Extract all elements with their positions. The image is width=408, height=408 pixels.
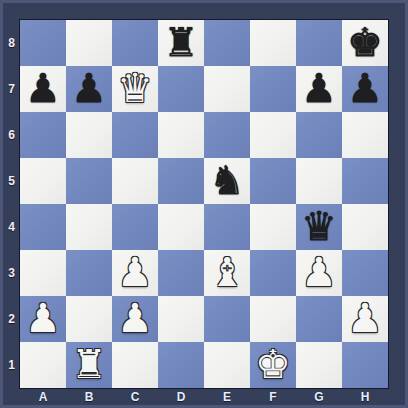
black-pawn: ♟ — [296, 66, 342, 112]
white-pawn: ♟ — [112, 250, 158, 296]
square-e1[interactable] — [204, 342, 250, 388]
square-g6[interactable] — [296, 112, 342, 158]
square-g2[interactable] — [296, 296, 342, 342]
square-f1[interactable]: ♚ — [250, 342, 296, 388]
square-e7[interactable] — [204, 66, 250, 112]
square-h4[interactable] — [342, 204, 388, 250]
square-g8[interactable] — [296, 20, 342, 66]
square-c1[interactable] — [112, 342, 158, 388]
black-knight: ♞ — [204, 158, 250, 204]
square-f4[interactable] — [250, 204, 296, 250]
square-b8[interactable] — [66, 20, 112, 66]
square-d8[interactable]: ♜ — [158, 20, 204, 66]
square-h2[interactable]: ♟ — [342, 296, 388, 342]
square-e5[interactable]: ♞ — [204, 158, 250, 204]
square-h1[interactable] — [342, 342, 388, 388]
file-label-f: F — [250, 389, 296, 405]
square-d5[interactable] — [158, 158, 204, 204]
square-a2[interactable]: ♟ — [20, 296, 66, 342]
square-e8[interactable] — [204, 20, 250, 66]
square-e4[interactable] — [204, 204, 250, 250]
square-d1[interactable] — [158, 342, 204, 388]
file-label-a: A — [20, 389, 66, 405]
black-pawn: ♟ — [20, 66, 66, 112]
rank-label-5: 5 — [3, 158, 20, 204]
rank-label-1: 1 — [3, 342, 20, 388]
black-pawn: ♟ — [66, 66, 112, 112]
file-label-g: G — [296, 389, 342, 405]
square-c6[interactable] — [112, 112, 158, 158]
square-f2[interactable] — [250, 296, 296, 342]
square-b6[interactable] — [66, 112, 112, 158]
square-g4[interactable]: ♛ — [296, 204, 342, 250]
square-c2[interactable]: ♟ — [112, 296, 158, 342]
white-queen: ♛ — [112, 66, 158, 112]
square-d4[interactable] — [158, 204, 204, 250]
square-f6[interactable] — [250, 112, 296, 158]
square-g7[interactable]: ♟ — [296, 66, 342, 112]
black-rook: ♜ — [158, 20, 204, 66]
black-queen: ♛ — [296, 204, 342, 250]
square-b5[interactable] — [66, 158, 112, 204]
file-label-c: C — [112, 389, 158, 405]
square-e6[interactable] — [204, 112, 250, 158]
square-g3[interactable]: ♟ — [296, 250, 342, 296]
square-b1[interactable]: ♜ — [66, 342, 112, 388]
white-pawn: ♟ — [20, 296, 66, 342]
square-c8[interactable] — [112, 20, 158, 66]
square-g1[interactable] — [296, 342, 342, 388]
rank-label-8: 8 — [3, 20, 20, 66]
square-a1[interactable] — [20, 342, 66, 388]
rank-label-7: 7 — [3, 66, 20, 112]
square-a5[interactable] — [20, 158, 66, 204]
square-c3[interactable]: ♟ — [112, 250, 158, 296]
square-e3[interactable]: ♝ — [204, 250, 250, 296]
white-bishop: ♝ — [204, 250, 250, 296]
rank-label-3: 3 — [3, 250, 20, 296]
square-b3[interactable] — [66, 250, 112, 296]
square-a3[interactable] — [20, 250, 66, 296]
square-d3[interactable] — [158, 250, 204, 296]
black-king: ♚ — [342, 20, 388, 66]
black-pawn: ♟ — [342, 66, 388, 112]
square-b4[interactable] — [66, 204, 112, 250]
square-d6[interactable] — [158, 112, 204, 158]
rank-label-2: 2 — [3, 296, 20, 342]
chess-board: ♜♚♟♟♛♟♟♞♛♟♝♟♟♟♟♜♚ — [20, 20, 388, 388]
rank-label-4: 4 — [3, 204, 20, 250]
square-b7[interactable]: ♟ — [66, 66, 112, 112]
square-h8[interactable]: ♚ — [342, 20, 388, 66]
square-h7[interactable]: ♟ — [342, 66, 388, 112]
square-f5[interactable] — [250, 158, 296, 204]
square-h3[interactable] — [342, 250, 388, 296]
square-a8[interactable] — [20, 20, 66, 66]
square-a7[interactable]: ♟ — [20, 66, 66, 112]
file-label-b: B — [66, 389, 112, 405]
rank-label-6: 6 — [3, 112, 20, 158]
square-a4[interactable] — [20, 204, 66, 250]
square-f7[interactable] — [250, 66, 296, 112]
white-king: ♚ — [250, 342, 296, 388]
chess-board-frame: ♜♚♟♟♛♟♟♞♛♟♝♟♟♟♟♜♚ 87654321 ABCDEFGH — [0, 0, 408, 408]
square-b2[interactable] — [66, 296, 112, 342]
square-c4[interactable] — [112, 204, 158, 250]
square-a6[interactable] — [20, 112, 66, 158]
white-pawn: ♟ — [112, 296, 158, 342]
square-d2[interactable] — [158, 296, 204, 342]
square-c5[interactable] — [112, 158, 158, 204]
square-f3[interactable] — [250, 250, 296, 296]
square-g5[interactable] — [296, 158, 342, 204]
file-label-e: E — [204, 389, 250, 405]
white-pawn: ♟ — [342, 296, 388, 342]
white-rook: ♜ — [66, 342, 112, 388]
white-pawn: ♟ — [296, 250, 342, 296]
square-d7[interactable] — [158, 66, 204, 112]
square-e2[interactable] — [204, 296, 250, 342]
file-label-h: H — [342, 389, 388, 405]
file-label-d: D — [158, 389, 204, 405]
square-c7[interactable]: ♛ — [112, 66, 158, 112]
square-f8[interactable] — [250, 20, 296, 66]
square-h6[interactable] — [342, 112, 388, 158]
square-h5[interactable] — [342, 158, 388, 204]
